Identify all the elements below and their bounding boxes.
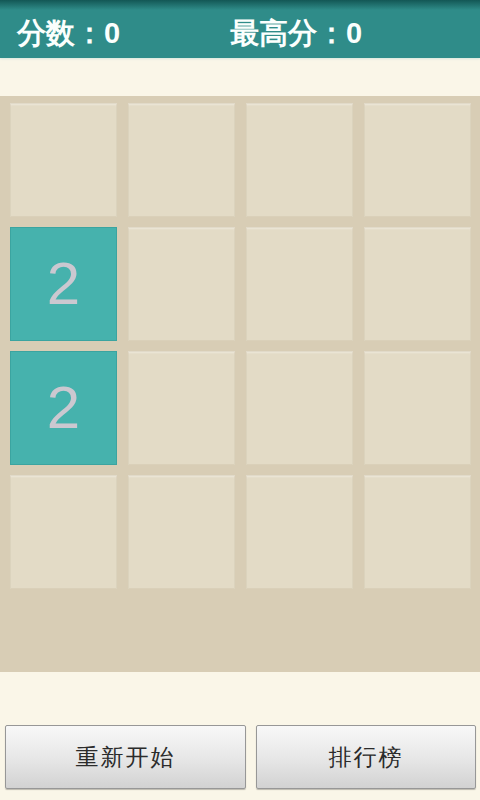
empty-cell-r0c0 (10, 103, 117, 217)
score-colon: ： (75, 17, 104, 49)
best-score-label: 最高分 (230, 17, 317, 49)
empty-cell-r2c1 (128, 351, 235, 465)
tile-2-r2c0: 2 (10, 351, 117, 465)
score-value: 0 (104, 17, 120, 49)
empty-cell-r1c3 (364, 227, 471, 341)
best-score-display: 最高分：0 (230, 9, 362, 58)
board-grid: 22 (10, 103, 471, 589)
score-label: 分数 (17, 17, 75, 49)
empty-cell-r1c1 (128, 227, 235, 341)
empty-cell-r3c0 (10, 475, 117, 589)
empty-cell-r3c1 (128, 475, 235, 589)
leaderboard-button[interactable]: 排行榜 (256, 725, 476, 789)
empty-cell-r2c2 (246, 351, 353, 465)
score-header: 分数：0 最高分：0 (0, 0, 480, 58)
score-display: 分数：0 (17, 9, 120, 58)
empty-cell-r0c2 (246, 103, 353, 217)
best-score-value: 0 (346, 17, 362, 49)
empty-cell-r0c1 (128, 103, 235, 217)
empty-cell-r3c3 (364, 475, 471, 589)
empty-cell-r1c2 (246, 227, 353, 341)
empty-cell-r0c3 (364, 103, 471, 217)
tile-2-r1c0: 2 (10, 227, 117, 341)
app-screen: 分数：0 最高分：0 22 重新开始 排行榜 (0, 0, 480, 800)
restart-button[interactable]: 重新开始 (5, 725, 246, 789)
empty-cell-r2c3 (364, 351, 471, 465)
game-board[interactable]: 22 (0, 96, 480, 672)
best-score-colon: ： (317, 17, 346, 49)
empty-cell-r3c2 (246, 475, 353, 589)
